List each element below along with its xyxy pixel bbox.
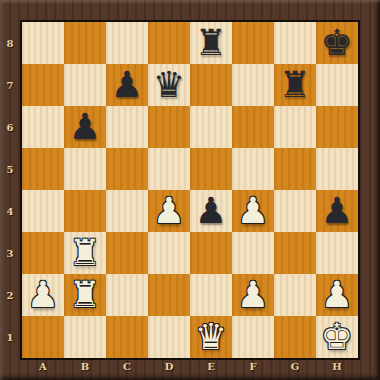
square-c4[interactable] (106, 190, 148, 232)
square-b5[interactable] (64, 148, 106, 190)
square-b3[interactable]: ♜ (64, 232, 106, 274)
square-a8[interactable] (22, 22, 64, 64)
square-c1[interactable] (106, 316, 148, 358)
file-label-b: B (64, 358, 106, 375)
rank-label-7: 7 (0, 64, 20, 106)
file-label-g: G (274, 358, 316, 375)
square-e6[interactable] (190, 106, 232, 148)
square-d1[interactable] (148, 316, 190, 358)
piece-white-king-h1[interactable]: ♚ (316, 316, 358, 358)
square-c3[interactable] (106, 232, 148, 274)
rank-label-6: 6 (0, 106, 20, 148)
file-label-d: D (148, 358, 190, 375)
piece-black-queen-d7[interactable]: ♛ (148, 64, 190, 106)
square-f7[interactable] (232, 64, 274, 106)
square-c6[interactable] (106, 106, 148, 148)
square-b1[interactable] (64, 316, 106, 358)
file-label-a: A (22, 358, 64, 375)
square-d4[interactable]: ♟ (148, 190, 190, 232)
piece-white-queen-e1[interactable]: ♛ (190, 316, 232, 358)
file-label-f: F (232, 358, 274, 375)
square-h4[interactable]: ♟ (316, 190, 358, 232)
square-f2[interactable]: ♟ (232, 274, 274, 316)
square-h1[interactable]: ♚ (316, 316, 358, 358)
square-a6[interactable] (22, 106, 64, 148)
square-b7[interactable] (64, 64, 106, 106)
square-e7[interactable] (190, 64, 232, 106)
rank-label-3: 3 (0, 232, 20, 274)
chess-board-frame: ♜♚♟♛♜♟♟♟♟♟♜♟♜♟♟♛♚ 87654321ABCDEFGH (0, 0, 380, 380)
square-g4[interactable] (274, 190, 316, 232)
square-h7[interactable] (316, 64, 358, 106)
square-a2[interactable]: ♟ (22, 274, 64, 316)
square-e8[interactable]: ♜ (190, 22, 232, 64)
piece-white-rook-b3[interactable]: ♜ (64, 232, 106, 274)
square-b6[interactable]: ♟ (64, 106, 106, 148)
square-h5[interactable] (316, 148, 358, 190)
square-g8[interactable] (274, 22, 316, 64)
square-h2[interactable]: ♟ (316, 274, 358, 316)
square-g6[interactable] (274, 106, 316, 148)
square-f3[interactable] (232, 232, 274, 274)
piece-black-king-h8[interactable]: ♚ (316, 22, 358, 64)
rank-label-8: 8 (0, 22, 20, 64)
square-a1[interactable] (22, 316, 64, 358)
square-h6[interactable] (316, 106, 358, 148)
square-g2[interactable] (274, 274, 316, 316)
square-g5[interactable] (274, 148, 316, 190)
square-d5[interactable] (148, 148, 190, 190)
square-f4[interactable]: ♟ (232, 190, 274, 232)
piece-black-pawn-b6[interactable]: ♟ (64, 106, 106, 148)
piece-white-rook-b2[interactable]: ♜ (64, 274, 106, 316)
piece-black-pawn-h4[interactable]: ♟ (316, 190, 358, 232)
square-e5[interactable] (190, 148, 232, 190)
file-label-e: E (190, 358, 232, 375)
piece-black-pawn-c7[interactable]: ♟ (106, 64, 148, 106)
rank-label-2: 2 (0, 274, 20, 316)
square-a4[interactable] (22, 190, 64, 232)
square-a5[interactable] (22, 148, 64, 190)
square-a3[interactable] (22, 232, 64, 274)
square-e2[interactable] (190, 274, 232, 316)
piece-white-pawn-f2[interactable]: ♟ (232, 274, 274, 316)
square-f8[interactable] (232, 22, 274, 64)
rank-label-4: 4 (0, 190, 20, 232)
square-b8[interactable] (64, 22, 106, 64)
square-f1[interactable] (232, 316, 274, 358)
square-c2[interactable] (106, 274, 148, 316)
square-e1[interactable]: ♛ (190, 316, 232, 358)
square-e4[interactable]: ♟ (190, 190, 232, 232)
square-f6[interactable] (232, 106, 274, 148)
piece-white-pawn-a2[interactable]: ♟ (22, 274, 64, 316)
square-g3[interactable] (274, 232, 316, 274)
square-a7[interactable] (22, 64, 64, 106)
square-h3[interactable] (316, 232, 358, 274)
piece-black-pawn-e4[interactable]: ♟ (190, 190, 232, 232)
square-d6[interactable] (148, 106, 190, 148)
square-d8[interactable] (148, 22, 190, 64)
square-b4[interactable] (64, 190, 106, 232)
piece-black-rook-g7[interactable]: ♜ (274, 64, 316, 106)
square-b2[interactable]: ♜ (64, 274, 106, 316)
piece-white-pawn-h2[interactable]: ♟ (316, 274, 358, 316)
square-d2[interactable] (148, 274, 190, 316)
piece-white-pawn-d4[interactable]: ♟ (148, 190, 190, 232)
square-g1[interactable] (274, 316, 316, 358)
square-d3[interactable] (148, 232, 190, 274)
rank-label-5: 5 (0, 148, 20, 190)
file-label-c: C (106, 358, 148, 375)
square-c8[interactable] (106, 22, 148, 64)
square-f5[interactable] (232, 148, 274, 190)
rank-label-1: 1 (0, 316, 20, 358)
square-h8[interactable]: ♚ (316, 22, 358, 64)
file-label-h: H (316, 358, 358, 375)
square-g7[interactable]: ♜ (274, 64, 316, 106)
chess-board: ♜♚♟♛♜♟♟♟♟♟♜♟♜♟♟♛♚ (20, 20, 360, 360)
square-d7[interactable]: ♛ (148, 64, 190, 106)
square-e3[interactable] (190, 232, 232, 274)
square-c7[interactable]: ♟ (106, 64, 148, 106)
square-c5[interactable] (106, 148, 148, 190)
piece-white-pawn-f4[interactable]: ♟ (232, 190, 274, 232)
piece-black-rook-e8[interactable]: ♜ (190, 22, 232, 64)
